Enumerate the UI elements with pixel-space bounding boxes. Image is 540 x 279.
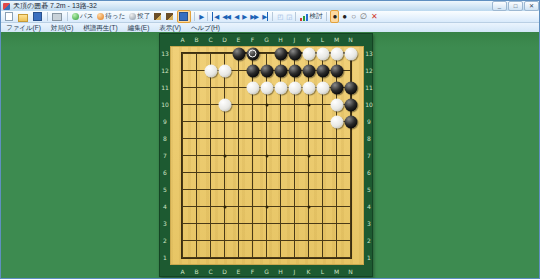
- new-file-button[interactable]: [4, 11, 15, 22]
- pen-tool-button-icon: [154, 13, 161, 20]
- menu-item-3[interactable]: 編集(E): [123, 23, 155, 32]
- undo-move-button-label: 待った: [105, 12, 125, 21]
- coord-right-10: 10: [365, 102, 373, 108]
- coord-top-N: N: [348, 37, 353, 43]
- white-stone-F11: [246, 81, 259, 94]
- menu-item-4[interactable]: 表示(V): [154, 23, 186, 32]
- new-file-button-icon: [5, 12, 13, 21]
- coord-bottom-B: B: [194, 269, 198, 275]
- zoom-in-button[interactable]: ◲: [285, 11, 292, 22]
- coord-top-C: C: [208, 37, 212, 43]
- coord-left-1: 1: [163, 255, 167, 261]
- coord-bottom-A: A: [180, 269, 184, 275]
- coord-bottom-J: J: [294, 269, 296, 275]
- nav-first-button[interactable]: ◀: [211, 11, 219, 22]
- print-button-icon: [52, 13, 62, 21]
- coord-top-F: F: [251, 37, 254, 43]
- star-point: [265, 154, 268, 157]
- black-stone-F12: [246, 64, 259, 77]
- coord-bottom-G: G: [264, 269, 269, 275]
- coord-top-A: A: [180, 37, 184, 43]
- print-button[interactable]: [51, 11, 64, 22]
- white-stone-L13: [316, 47, 329, 60]
- board-mode-toggle-icon: [179, 12, 188, 21]
- nav-forward-button-icon: ▶: [242, 12, 246, 21]
- go-app-window: { "window": { "title": "天頂の囲碁 7.2m - 13路…: [0, 0, 540, 279]
- board-frame: AABBCCDDEEFFGGHHJJKKLLMMNN13131212111110…: [159, 33, 373, 277]
- toolbar-separator: [194, 12, 195, 21]
- black-stone-tool[interactable]: ●: [341, 11, 348, 22]
- black-stone-J12: [288, 64, 301, 77]
- coord-right-11: 11: [365, 85, 373, 91]
- maximize-button[interactable]: □: [508, 1, 523, 11]
- white-stone-D12: [218, 64, 231, 77]
- black-stone-K12: [302, 64, 315, 77]
- white-stone-M10: [330, 98, 343, 111]
- coord-right-13: 13: [365, 51, 373, 57]
- coord-right-9: 9: [367, 119, 371, 125]
- nav-forward10-button-icon: ▶▶: [250, 12, 258, 21]
- zoom-in-button-icon: ◲: [286, 12, 291, 21]
- resign-button-icon: [129, 13, 136, 20]
- title-bar[interactable]: 天頂の囲碁 7.2m - 13路-32 _ □ ✕: [1, 1, 540, 11]
- zoom-out-button[interactable]: ◰: [276, 11, 283, 22]
- coord-left-8: 8: [163, 136, 167, 142]
- close-board-button[interactable]: ✕: [370, 11, 379, 22]
- white-stone-K13: [302, 47, 315, 60]
- coord-right-12: 12: [365, 68, 373, 74]
- star-point: [265, 103, 268, 106]
- coord-bottom-M: M: [334, 269, 339, 275]
- black-stone-N9: [344, 115, 357, 128]
- white-stone-K11: [302, 81, 315, 94]
- nav-back10-button-icon: ◀◀: [222, 12, 230, 21]
- analysis-button-label: 検討: [309, 12, 322, 21]
- coord-bottom-K: K: [307, 269, 311, 275]
- pen-tool2-button[interactable]: [165, 11, 175, 22]
- coord-left-2: 2: [163, 238, 167, 244]
- undo-move-button[interactable]: 待った: [96, 11, 126, 22]
- toolbar-separator: [272, 12, 273, 21]
- black-stone-L12: [316, 64, 329, 77]
- pen-tool2-button-icon: [166, 13, 173, 20]
- resign-button-label: 投了: [137, 12, 150, 21]
- white-stone-D10: [218, 98, 231, 111]
- coord-top-H: H: [278, 37, 283, 43]
- coord-right-7: 7: [367, 153, 371, 159]
- star-point: [307, 103, 310, 106]
- white-stone-G11: [260, 81, 273, 94]
- star-point: [307, 205, 310, 208]
- toolbar-separator: [47, 12, 48, 21]
- coord-top-L: L: [321, 37, 324, 43]
- star-point: [265, 205, 268, 208]
- black-stone-M11: [330, 81, 343, 94]
- toolbar-separator: [207, 12, 208, 21]
- white-stone-tool-icon: ○: [351, 12, 356, 21]
- white-stone-M13: [330, 47, 343, 60]
- window-title: 天頂の囲碁 7.2m - 13路-32: [13, 1, 492, 11]
- white-stone-N13: [344, 47, 357, 60]
- pass-button[interactable]: パス: [71, 11, 94, 22]
- white-stone-J11: [288, 81, 301, 94]
- coord-bottom-H: H: [278, 269, 283, 275]
- coord-left-9: 9: [163, 119, 167, 125]
- menu-item-1[interactable]: 対局(G): [46, 23, 78, 32]
- nav-back-button[interactable]: ◀: [233, 11, 239, 22]
- coord-left-4: 4: [163, 204, 167, 210]
- coord-top-M: M: [334, 37, 339, 43]
- nav-forward-button[interactable]: ▶: [241, 11, 247, 22]
- erase-stone-tool-icon: ∅: [360, 12, 367, 21]
- black-stone-E13: [232, 47, 245, 60]
- pen-tool-button[interactable]: [153, 11, 163, 22]
- coord-top-G: G: [264, 37, 269, 43]
- pass-button-label: パス: [80, 12, 93, 21]
- coord-right-6: 6: [367, 170, 371, 176]
- menu-item-2[interactable]: 棋譜再生(T): [78, 23, 122, 32]
- star-point: [307, 154, 310, 157]
- coord-left-11: 11: [161, 85, 169, 91]
- coord-top-B: B: [194, 37, 198, 43]
- white-stone-C12: [204, 64, 217, 77]
- save-button[interactable]: [32, 11, 44, 22]
- open-file-button-icon: [18, 14, 28, 22]
- coord-top-E: E: [237, 37, 241, 43]
- app-icon: [3, 3, 10, 10]
- play-button[interactable]: ▶: [198, 11, 204, 22]
- black-stone-N10: [344, 98, 357, 111]
- white-stone-M9: [330, 115, 343, 128]
- coord-left-7: 7: [163, 153, 167, 159]
- coord-top-J: J: [294, 37, 296, 43]
- white-stone-tool[interactable]: ○: [350, 11, 357, 22]
- coord-right-3: 3: [367, 221, 371, 227]
- black-stone-J13: [288, 47, 301, 60]
- toolbar: パス待った投了▶◀◀◀◀▶▶▶▶◰◲検討●●○∅✕: [1, 11, 540, 23]
- white-stone-L11: [316, 81, 329, 94]
- coord-left-6: 6: [163, 170, 167, 176]
- star-point: [223, 205, 226, 208]
- coord-bottom-D: D: [222, 269, 227, 275]
- black-stone-M12: [330, 64, 343, 77]
- coord-bottom-C: C: [208, 269, 212, 275]
- pass-button-icon: [72, 13, 79, 20]
- black-stone-N11: [344, 81, 357, 94]
- table-background: AABBCCDDEEFFGGHHJJKKLLMMNN13131212111110…: [1, 32, 540, 279]
- close-button[interactable]: ✕: [524, 1, 539, 11]
- black-stone-H13: [274, 47, 287, 60]
- analysis-button[interactable]: 検討: [299, 11, 323, 22]
- black-stone-H12: [274, 64, 287, 77]
- nav-back-button-icon: ◀: [234, 12, 238, 21]
- coord-left-13: 13: [161, 51, 169, 57]
- black-stone-tool-selected[interactable]: ●: [330, 10, 339, 23]
- coord-top-K: K: [307, 37, 311, 43]
- coord-bottom-N: N: [348, 269, 353, 275]
- resign-button[interactable]: 投了: [128, 11, 151, 22]
- open-file-button[interactable]: [17, 11, 30, 22]
- save-button-icon: [33, 12, 42, 21]
- go-board[interactable]: [170, 46, 364, 265]
- white-stone-H11: [274, 81, 287, 94]
- coord-left-5: 5: [163, 187, 167, 193]
- black-stone-G12: [260, 64, 273, 77]
- coord-bottom-E: E: [237, 269, 241, 275]
- coord-bottom-L: L: [321, 269, 324, 275]
- coord-left-12: 12: [161, 68, 169, 74]
- nav-first-button-icon: ◀: [212, 12, 218, 21]
- board-mode-toggle[interactable]: [177, 10, 191, 23]
- zoom-out-button-icon: ◰: [277, 12, 282, 21]
- coord-right-5: 5: [367, 187, 371, 193]
- black-stone-tool-icon: ●: [342, 12, 347, 21]
- last-move-marker: [249, 50, 257, 58]
- nav-last-button[interactable]: ▶: [261, 11, 269, 22]
- close-board-button-icon: ✕: [371, 12, 378, 21]
- nav-last-button-icon: ▶: [262, 12, 268, 21]
- minimize-button[interactable]: _: [492, 1, 507, 11]
- analysis-button-icon: [300, 13, 308, 21]
- nav-back10-button[interactable]: ◀◀: [221, 11, 231, 22]
- black-stone-tool-selected-icon: ●: [332, 12, 337, 21]
- menu-item-0[interactable]: ファイル(F): [1, 23, 46, 32]
- play-button-icon: ▶: [199, 12, 203, 21]
- nav-forward10-button[interactable]: ▶▶: [249, 11, 259, 22]
- coord-left-3: 3: [163, 221, 167, 227]
- coord-right-4: 4: [367, 204, 371, 210]
- coord-right-8: 8: [367, 136, 371, 142]
- black-stone-F13: [246, 47, 259, 60]
- coord-right-1: 1: [367, 255, 371, 261]
- toolbar-separator: [67, 12, 68, 21]
- undo-move-button-icon: [97, 13, 104, 20]
- coord-top-D: D: [222, 37, 227, 43]
- coord-right-2: 2: [367, 238, 371, 244]
- star-point: [223, 154, 226, 157]
- coord-left-10: 10: [161, 102, 169, 108]
- toolbar-separator: [295, 12, 296, 21]
- coord-bottom-F: F: [251, 269, 254, 275]
- erase-stone-tool[interactable]: ∅: [359, 11, 368, 22]
- menu-item-5[interactable]: ヘルプ(H): [186, 23, 225, 32]
- toolbar-separator: [326, 12, 327, 21]
